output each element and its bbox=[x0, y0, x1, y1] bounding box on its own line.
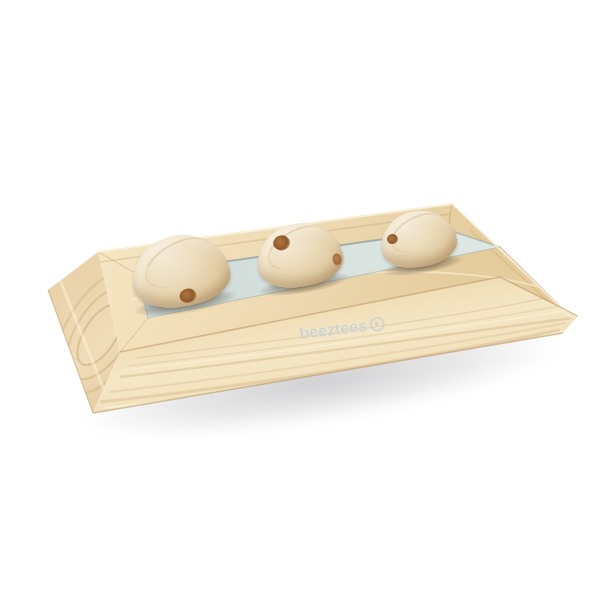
board-cell-right bbox=[345, 142, 482, 276]
wood-knot bbox=[272, 234, 291, 252]
board-cell-left bbox=[108, 182, 245, 316]
wooden-tray bbox=[0, 0, 600, 600]
wood-knot bbox=[386, 233, 398, 245]
wood-knot-small bbox=[332, 253, 343, 266]
brand-logo-mark-icon bbox=[369, 316, 386, 333]
wood-knot bbox=[179, 287, 198, 304]
product-photo-stage: beeztees bbox=[0, 0, 600, 600]
board-cell-middle bbox=[226, 162, 363, 296]
